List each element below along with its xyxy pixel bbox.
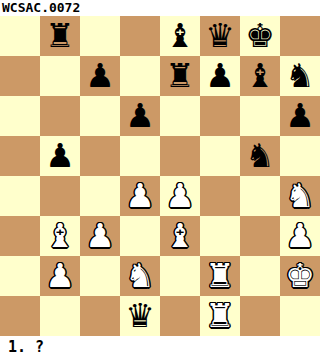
piece-black-pawn: ♟ (205, 56, 235, 96)
piece-white-pawn: ♟ (125, 176, 155, 216)
square-g2[interactable] (240, 256, 280, 296)
square-f6[interactable] (200, 96, 240, 136)
piece-black-rook: ♜ (165, 56, 195, 96)
square-h3[interactable]: ♟ (280, 216, 320, 256)
square-d8[interactable] (120, 16, 160, 56)
square-e7[interactable]: ♜ (160, 56, 200, 96)
square-b8[interactable]: ♜ (40, 16, 80, 56)
square-d7[interactable] (120, 56, 160, 96)
square-h2[interactable]: ♚ (280, 256, 320, 296)
square-g1[interactable] (240, 296, 280, 336)
square-f1[interactable]: ♜ (200, 296, 240, 336)
square-a2[interactable] (0, 256, 40, 296)
square-e3[interactable]: ♝ (160, 216, 200, 256)
square-g5[interactable]: ♞ (240, 136, 280, 176)
piece-black-queen: ♛ (125, 296, 155, 336)
piece-white-rook: ♜ (205, 256, 235, 296)
square-f5[interactable] (200, 136, 240, 176)
square-g6[interactable] (240, 96, 280, 136)
piece-black-bishop: ♝ (245, 56, 275, 96)
piece-white-knight: ♞ (125, 256, 155, 296)
square-e1[interactable] (160, 296, 200, 336)
piece-white-pawn: ♟ (165, 176, 195, 216)
square-c1[interactable] (80, 296, 120, 336)
piece-black-pawn: ♟ (285, 96, 315, 136)
square-h5[interactable] (280, 136, 320, 176)
square-c6[interactable] (80, 96, 120, 136)
square-f8[interactable]: ♛ (200, 16, 240, 56)
square-b5[interactable]: ♟ (40, 136, 80, 176)
piece-white-knight: ♞ (285, 176, 315, 216)
piece-white-pawn: ♟ (285, 216, 315, 256)
square-g8[interactable]: ♚ (240, 16, 280, 56)
square-a7[interactable] (0, 56, 40, 96)
piece-white-bishop: ♝ (45, 216, 75, 256)
square-e2[interactable] (160, 256, 200, 296)
square-b7[interactable] (40, 56, 80, 96)
piece-black-king: ♚ (245, 16, 275, 56)
square-d4[interactable]: ♟ (120, 176, 160, 216)
chess-board: ♜♝♛♚♟♜♟♝♞♟♟♟♞♟♟♞♝♟♝♟♟♞♜♚♛♜ (0, 16, 320, 336)
square-g4[interactable] (240, 176, 280, 216)
square-b2[interactable]: ♟ (40, 256, 80, 296)
square-b4[interactable] (40, 176, 80, 216)
square-a1[interactable] (0, 296, 40, 336)
piece-black-pawn: ♟ (85, 56, 115, 96)
square-c5[interactable] (80, 136, 120, 176)
square-h6[interactable]: ♟ (280, 96, 320, 136)
piece-white-king: ♚ (285, 256, 315, 296)
square-a6[interactable] (0, 96, 40, 136)
square-d6[interactable]: ♟ (120, 96, 160, 136)
piece-black-knight: ♞ (285, 56, 315, 96)
square-e4[interactable]: ♟ (160, 176, 200, 216)
piece-black-rook: ♜ (45, 16, 75, 56)
piece-white-bishop: ♝ (165, 216, 195, 256)
square-f3[interactable] (200, 216, 240, 256)
piece-black-pawn: ♟ (45, 136, 75, 176)
move-prompt: 1. ? (0, 336, 320, 360)
square-a4[interactable] (0, 176, 40, 216)
square-e6[interactable] (160, 96, 200, 136)
square-b3[interactable]: ♝ (40, 216, 80, 256)
square-h4[interactable]: ♞ (280, 176, 320, 216)
square-c8[interactable] (80, 16, 120, 56)
square-e5[interactable] (160, 136, 200, 176)
square-c2[interactable] (80, 256, 120, 296)
square-a3[interactable] (0, 216, 40, 256)
puzzle-id: WCSAC.0072 (0, 0, 320, 16)
square-g3[interactable] (240, 216, 280, 256)
square-b1[interactable] (40, 296, 80, 336)
square-c3[interactable]: ♟ (80, 216, 120, 256)
piece-black-queen: ♛ (205, 16, 235, 56)
square-c4[interactable] (80, 176, 120, 216)
square-c7[interactable]: ♟ (80, 56, 120, 96)
square-d5[interactable] (120, 136, 160, 176)
piece-black-pawn: ♟ (125, 96, 155, 136)
square-b6[interactable] (40, 96, 80, 136)
piece-white-pawn: ♟ (85, 216, 115, 256)
square-g7[interactable]: ♝ (240, 56, 280, 96)
square-h7[interactable]: ♞ (280, 56, 320, 96)
square-d3[interactable] (120, 216, 160, 256)
piece-black-bishop: ♝ (165, 16, 195, 56)
square-d1[interactable]: ♛ (120, 296, 160, 336)
square-h8[interactable] (280, 16, 320, 56)
piece-white-rook: ♜ (205, 296, 235, 336)
piece-white-pawn: ♟ (45, 256, 75, 296)
square-f2[interactable]: ♜ (200, 256, 240, 296)
square-h1[interactable] (280, 296, 320, 336)
piece-black-knight: ♞ (245, 136, 275, 176)
square-d2[interactable]: ♞ (120, 256, 160, 296)
square-e8[interactable]: ♝ (160, 16, 200, 56)
square-f4[interactable] (200, 176, 240, 216)
square-a8[interactable] (0, 16, 40, 56)
square-a5[interactable] (0, 136, 40, 176)
square-f7[interactable]: ♟ (200, 56, 240, 96)
